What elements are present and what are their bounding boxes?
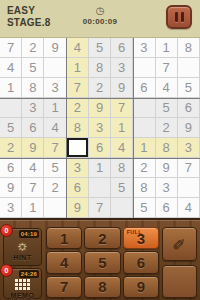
board-cell[interactable]: 3 <box>89 118 111 138</box>
board-cell[interactable] <box>133 118 155 138</box>
pause-icon <box>181 12 184 22</box>
board-cell[interactable]: 6 <box>0 158 22 178</box>
key-2[interactable]: 2 <box>84 227 120 249</box>
board-cell[interactable]: 4 <box>0 58 22 78</box>
board-cell[interactable]: 9 <box>156 158 178 178</box>
board-cell[interactable] <box>133 58 155 78</box>
board-cell[interactable]: 8 <box>156 138 178 158</box>
board-cell[interactable]: 4 <box>22 158 44 178</box>
board-cell[interactable] <box>89 178 111 198</box>
board-cell[interactable]: 1 <box>133 138 155 158</box>
sudoku-board[interactable]: 7294563184518371837296453129756564831292… <box>0 38 200 218</box>
board-cell[interactable]: 4 <box>178 198 200 218</box>
memo-label: MEMO <box>4 292 41 299</box>
board-cell[interactable] <box>44 198 66 218</box>
pause-icon <box>175 12 178 22</box>
pencil-button[interactable]: ✎ <box>162 227 197 261</box>
board-cell[interactable]: 5 <box>178 78 200 98</box>
board-cell[interactable]: 9 <box>111 78 133 98</box>
board-cell[interactable]: 7 <box>22 178 44 198</box>
board-cell[interactable]: 5 <box>22 58 44 78</box>
board-cell[interactable]: 6 <box>67 178 89 198</box>
full-badge: FULL <box>127 229 142 235</box>
board-cell[interactable]: 2 <box>22 38 44 58</box>
key-1[interactable]: 1 <box>46 227 82 249</box>
board-cell[interactable]: 8 <box>133 178 155 198</box>
board-cell[interactable] <box>178 58 200 78</box>
board-cell[interactable]: 5 <box>44 158 66 178</box>
board-cell[interactable]: 3 <box>111 58 133 78</box>
board-cell[interactable]: 2 <box>89 78 111 98</box>
board-cell[interactable]: 1 <box>89 158 111 178</box>
board-cell[interactable]: 8 <box>89 58 111 78</box>
stage-label: STAGE.8 <box>7 17 50 29</box>
board-cell[interactable]: 1 <box>22 198 44 218</box>
key-4[interactable]: 4 <box>46 251 82 273</box>
selected-cell[interactable] <box>67 138 89 158</box>
board-cell[interactable]: 6 <box>156 198 178 218</box>
board-cell[interactable]: 7 <box>67 78 89 98</box>
board-cell[interactable]: 3 <box>133 38 155 58</box>
board-cell[interactable]: 6 <box>133 78 155 98</box>
board-cell[interactable]: 7 <box>156 58 178 78</box>
board-cell[interactable]: 4 <box>156 78 178 98</box>
sudoku-app: EASY STAGE.8 ◷ 00:00:09 7294563184518371… <box>0 0 200 300</box>
board-cell[interactable]: 9 <box>89 98 111 118</box>
board-cell[interactable]: 9 <box>67 198 89 218</box>
pencil-icon: ✎ <box>172 237 188 250</box>
hint-label: HINT <box>4 254 41 261</box>
board-cell[interactable]: 1 <box>156 38 178 58</box>
board-cell[interactable] <box>44 58 66 78</box>
board-cell[interactable]: 7 <box>111 98 133 118</box>
clock-icon: ◷ <box>83 6 117 16</box>
board-cell[interactable]: 3 <box>178 138 200 158</box>
board-cell[interactable]: 2 <box>44 178 66 198</box>
board-cell[interactable]: 6 <box>22 118 44 138</box>
board-cell[interactable]: 6 <box>111 38 133 58</box>
board-cell[interactable]: 6 <box>178 98 200 118</box>
key-5[interactable]: 5 <box>84 251 120 273</box>
stage-info: EASY STAGE.8 <box>7 5 50 29</box>
board-cell[interactable]: 4 <box>111 138 133 158</box>
erase-button[interactable] <box>162 265 197 298</box>
key-9[interactable]: 9 <box>123 276 159 298</box>
pause-button[interactable] <box>166 5 192 29</box>
board-cell[interactable]: 9 <box>44 38 66 58</box>
board-cell[interactable]: 2 <box>0 138 22 158</box>
board-cell[interactable]: 6 <box>89 138 111 158</box>
board-cell[interactable]: 1 <box>111 118 133 138</box>
board-cell[interactable] <box>111 198 133 218</box>
memo-button[interactable]: 0 24:26 MEMO <box>3 268 42 299</box>
memo-grid-icon <box>15 279 30 290</box>
board-cell[interactable]: 4 <box>67 38 89 58</box>
hint-count-badge: 0 <box>0 224 13 237</box>
board-cell[interactable]: 5 <box>89 38 111 58</box>
board-cell[interactable]: 7 <box>44 138 66 158</box>
board-cell[interactable]: 3 <box>22 98 44 118</box>
board-cell[interactable]: 5 <box>156 98 178 118</box>
board-cell[interactable]: 3 <box>67 158 89 178</box>
board-cell[interactable]: 9 <box>22 138 44 158</box>
key-7[interactable]: 7 <box>46 276 82 298</box>
memo-count-badge: 0 <box>0 264 13 277</box>
board-cell[interactable]: 8 <box>67 118 89 138</box>
board-cell[interactable]: 9 <box>0 178 22 198</box>
memo-cooldown-timer: 24:26 <box>19 270 39 278</box>
hint-button[interactable]: 0 04:19 ☼ HINT <box>3 228 42 266</box>
board-cell[interactable]: 1 <box>0 78 22 98</box>
board-cell[interactable]: 1 <box>44 98 66 118</box>
keypad: 123FULL456789 <box>46 227 159 298</box>
board-cell[interactable]: 4 <box>44 118 66 138</box>
board-cell[interactable]: 8 <box>178 38 200 58</box>
board-cell[interactable] <box>0 98 22 118</box>
board-cell[interactable]: 5 <box>133 198 155 218</box>
board-cell[interactable]: 2 <box>133 158 155 178</box>
key-3[interactable]: 3FULL <box>123 227 159 249</box>
board-cell[interactable]: 2 <box>156 118 178 138</box>
timer-value: 00:00:09 <box>83 17 117 26</box>
board-cell[interactable]: 7 <box>0 38 22 58</box>
board-cell[interactable]: 3 <box>0 198 22 218</box>
board-cell[interactable]: 8 <box>22 78 44 98</box>
header: EASY STAGE.8 ◷ 00:00:09 <box>0 0 200 38</box>
board-cell[interactable]: 7 <box>89 198 111 218</box>
game-timer: ◷ 00:00:09 <box>83 6 117 26</box>
difficulty-label: EASY <box>7 5 50 17</box>
board-cell[interactable] <box>133 98 155 118</box>
board-cell[interactable]: 3 <box>44 78 66 98</box>
board-cell[interactable]: 1 <box>67 58 89 78</box>
board-cell[interactable]: 5 <box>0 118 22 138</box>
toolbar: 0 04:19 ☼ HINT 0 24:26 MEMO 123FULL45678… <box>0 218 200 300</box>
board-cell[interactable] <box>178 178 200 198</box>
board-cell[interactable]: 8 <box>111 158 133 178</box>
board-cell[interactable]: 7 <box>178 158 200 178</box>
key-6[interactable]: 6 <box>123 251 159 273</box>
board-cell[interactable]: 5 <box>111 178 133 198</box>
board-cell[interactable]: 2 <box>67 98 89 118</box>
board-cell[interactable]: 9 <box>178 118 200 138</box>
hint-cooldown-timer: 04:19 <box>19 230 39 238</box>
key-8[interactable]: 8 <box>84 276 120 298</box>
board-cell[interactable]: 3 <box>156 178 178 198</box>
lightbulb-icon: ☼ <box>4 237 41 253</box>
